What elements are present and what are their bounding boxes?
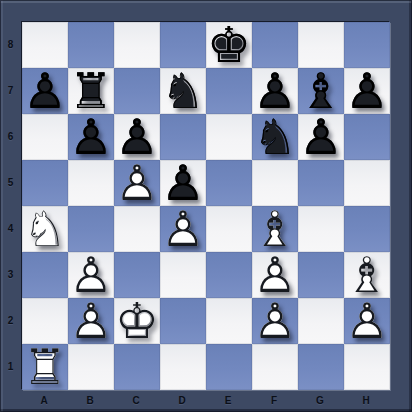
square-f5[interactable] <box>252 160 298 206</box>
white-pawn-piece-outline: ♙ <box>344 298 390 344</box>
white-king-piece-outline: ♔ <box>114 298 160 344</box>
square-d7[interactable]: ♞♘ <box>160 68 206 114</box>
square-f2[interactable]: ♟♙ <box>252 298 298 344</box>
square-a6[interactable] <box>22 114 68 160</box>
square-g1[interactable] <box>298 344 344 390</box>
square-d5[interactable]: ♟♙ <box>160 160 206 206</box>
black-pawn-piece: ♟ <box>252 68 298 114</box>
white-bishop-piece-outline: ♗ <box>344 252 390 298</box>
square-d2[interactable] <box>160 298 206 344</box>
square-g2[interactable] <box>298 298 344 344</box>
square-h6[interactable] <box>344 114 390 160</box>
black-pawn-piece-outline: ♙ <box>114 114 160 160</box>
square-g6[interactable]: ♟♙ <box>298 114 344 160</box>
white-pawn-piece-outline: ♙ <box>68 298 114 344</box>
square-c2[interactable]: ♚♔ <box>114 298 160 344</box>
black-bishop-piece-outline: ♗ <box>298 68 344 114</box>
square-b1[interactable] <box>68 344 114 390</box>
rank-label-7: 7 <box>0 67 21 113</box>
white-bishop-piece: ♝ <box>344 252 390 298</box>
square-h7[interactable]: ♟♙ <box>344 68 390 114</box>
rank-label-1: 1 <box>0 343 21 389</box>
square-h8[interactable] <box>344 22 390 68</box>
square-e5[interactable] <box>206 160 252 206</box>
square-f3[interactable]: ♟♙ <box>252 252 298 298</box>
black-king-piece: ♚ <box>206 22 252 68</box>
file-label-c: C <box>113 390 159 410</box>
square-c6[interactable]: ♟♙ <box>114 114 160 160</box>
square-a4[interactable]: ♞♘ <box>22 206 68 252</box>
square-f6[interactable]: ♞♘ <box>252 114 298 160</box>
black-knight-piece-outline: ♘ <box>160 68 206 114</box>
file-label-f: F <box>251 390 297 410</box>
white-pawn-piece-outline: ♙ <box>160 206 206 252</box>
square-a3[interactable] <box>22 252 68 298</box>
square-b8[interactable] <box>68 22 114 68</box>
white-rook-piece-outline: ♖ <box>22 344 68 390</box>
white-king-piece: ♚ <box>114 298 160 344</box>
black-pawn-piece-outline: ♙ <box>344 68 390 114</box>
white-pawn-piece-outline: ♙ <box>252 252 298 298</box>
square-a8[interactable] <box>22 22 68 68</box>
square-a5[interactable] <box>22 160 68 206</box>
square-g3[interactable] <box>298 252 344 298</box>
file-labels: ABCDEFGH <box>21 390 389 410</box>
square-c4[interactable] <box>114 206 160 252</box>
rank-labels: 87654321 <box>0 21 21 389</box>
white-pawn-piece-outline: ♙ <box>252 298 298 344</box>
square-c3[interactable] <box>114 252 160 298</box>
black-knight-piece: ♞ <box>252 114 298 160</box>
square-h2[interactable]: ♟♙ <box>344 298 390 344</box>
file-label-e: E <box>205 390 251 410</box>
square-a7[interactable]: ♟♙ <box>22 68 68 114</box>
file-label-a: A <box>21 390 67 410</box>
square-h5[interactable] <box>344 160 390 206</box>
square-e8[interactable]: ♚♔ <box>206 22 252 68</box>
square-a1[interactable]: ♜♖ <box>22 344 68 390</box>
rank-label-6: 6 <box>0 113 21 159</box>
square-f7[interactable]: ♟♙ <box>252 68 298 114</box>
white-pawn-piece: ♟ <box>68 252 114 298</box>
white-pawn-piece-outline: ♙ <box>68 252 114 298</box>
black-pawn-piece: ♟ <box>22 68 68 114</box>
file-label-g: G <box>297 390 343 410</box>
square-g8[interactable] <box>298 22 344 68</box>
black-knight-piece-outline: ♘ <box>252 114 298 160</box>
square-e4[interactable] <box>206 206 252 252</box>
black-pawn-piece-outline: ♙ <box>298 114 344 160</box>
black-rook-piece-outline: ♖ <box>68 68 114 114</box>
square-f1[interactable] <box>252 344 298 390</box>
square-h1[interactable] <box>344 344 390 390</box>
square-c5[interactable]: ♟♙ <box>114 160 160 206</box>
square-e2[interactable] <box>206 298 252 344</box>
square-e7[interactable] <box>206 68 252 114</box>
square-a2[interactable] <box>22 298 68 344</box>
square-c7[interactable] <box>114 68 160 114</box>
white-pawn-piece: ♟ <box>68 298 114 344</box>
rank-label-8: 8 <box>0 21 21 67</box>
square-d6[interactable] <box>160 114 206 160</box>
white-pawn-piece: ♟ <box>252 298 298 344</box>
square-b4[interactable] <box>68 206 114 252</box>
white-knight-piece-outline: ♘ <box>22 206 68 252</box>
square-g4[interactable] <box>298 206 344 252</box>
square-d3[interactable] <box>160 252 206 298</box>
rank-label-3: 3 <box>0 251 21 297</box>
square-b7[interactable]: ♜♖ <box>68 68 114 114</box>
square-g5[interactable] <box>298 160 344 206</box>
black-pawn-piece: ♟ <box>114 114 160 160</box>
black-pawn-piece: ♟ <box>68 114 114 160</box>
black-rook-piece: ♜ <box>68 68 114 114</box>
rank-label-4: 4 <box>0 205 21 251</box>
white-bishop-piece: ♝ <box>252 206 298 252</box>
square-f8[interactable] <box>252 22 298 68</box>
black-pawn-piece-outline: ♙ <box>22 68 68 114</box>
white-pawn-piece: ♟ <box>114 160 160 206</box>
square-b3[interactable]: ♟♙ <box>68 252 114 298</box>
file-label-h: H <box>343 390 389 410</box>
square-e6[interactable] <box>206 114 252 160</box>
file-label-d: D <box>159 390 205 410</box>
white-pawn-piece: ♟ <box>344 298 390 344</box>
black-bishop-piece: ♝ <box>298 68 344 114</box>
black-knight-piece: ♞ <box>160 68 206 114</box>
square-d8[interactable] <box>160 22 206 68</box>
square-b2[interactable]: ♟♙ <box>68 298 114 344</box>
black-pawn-piece-outline: ♙ <box>68 114 114 160</box>
black-pawn-piece: ♟ <box>344 68 390 114</box>
white-bishop-piece-outline: ♗ <box>252 206 298 252</box>
square-h3[interactable]: ♝♗ <box>344 252 390 298</box>
chess-diagram-frame: 87654321 ♚♔♟♙♜♖♞♘♟♙♝♗♟♙♟♙♟♙♞♘♟♙♟♙♟♙♞♘♟♙♝… <box>0 0 412 412</box>
white-rook-piece: ♜ <box>22 344 68 390</box>
square-d1[interactable] <box>160 344 206 390</box>
square-b5[interactable] <box>68 160 114 206</box>
rank-label-5: 5 <box>0 159 21 205</box>
black-pawn-piece-outline: ♙ <box>160 160 206 206</box>
black-pawn-piece: ♟ <box>298 114 344 160</box>
square-e1[interactable] <box>206 344 252 390</box>
white-pawn-piece-outline: ♙ <box>114 160 160 206</box>
square-h4[interactable] <box>344 206 390 252</box>
black-pawn-piece: ♟ <box>160 160 206 206</box>
square-g7[interactable]: ♝♗ <box>298 68 344 114</box>
square-c8[interactable] <box>114 22 160 68</box>
white-knight-piece: ♞ <box>22 206 68 252</box>
black-pawn-piece-outline: ♙ <box>252 68 298 114</box>
square-d4[interactable]: ♟♙ <box>160 206 206 252</box>
chess-board: ♚♔♟♙♜♖♞♘♟♙♝♗♟♙♟♙♟♙♞♘♟♙♟♙♟♙♞♘♟♙♝♗♟♙♟♙♝♗♟♙… <box>21 21 389 389</box>
file-label-b: B <box>67 390 113 410</box>
white-pawn-piece: ♟ <box>252 252 298 298</box>
square-c1[interactable] <box>114 344 160 390</box>
square-b6[interactable]: ♟♙ <box>68 114 114 160</box>
rank-label-2: 2 <box>0 297 21 343</box>
square-e3[interactable] <box>206 252 252 298</box>
square-f4[interactable]: ♝♗ <box>252 206 298 252</box>
black-king-piece-outline: ♔ <box>206 22 252 68</box>
white-pawn-piece: ♟ <box>160 206 206 252</box>
